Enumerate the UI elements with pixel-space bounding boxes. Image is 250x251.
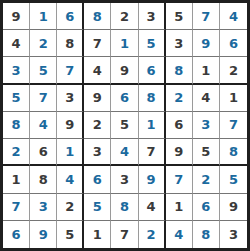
cell-r2c7[interactable]: 3 [166, 30, 193, 57]
sudoku-board: 9168235744287153963574968125739682418492… [0, 0, 250, 251]
cell-r9c6[interactable]: 2 [139, 221, 166, 248]
cell-r6c1[interactable]: 2 [3, 139, 30, 166]
cell-r5c4[interactable]: 2 [84, 112, 111, 139]
cell-r6c5[interactable]: 4 [111, 139, 138, 166]
cell-r4c5[interactable]: 6 [111, 85, 138, 112]
cell-r1c1[interactable]: 9 [3, 3, 30, 30]
cell-r5c8[interactable]: 3 [193, 112, 220, 139]
cell-r3c4[interactable]: 4 [84, 57, 111, 84]
cell-r9c1[interactable]: 6 [3, 221, 30, 248]
cell-r8c9[interactable]: 9 [220, 194, 247, 221]
cell-r6c8[interactable]: 5 [193, 139, 220, 166]
cell-r3c9[interactable]: 2 [220, 57, 247, 84]
cell-r3c6[interactable]: 6 [139, 57, 166, 84]
cell-r4c3[interactable]: 3 [57, 85, 84, 112]
cell-r2c6[interactable]: 5 [139, 30, 166, 57]
cell-r8c2[interactable]: 3 [30, 194, 57, 221]
cell-r3c1[interactable]: 3 [3, 57, 30, 84]
cell-r8c3[interactable]: 2 [57, 194, 84, 221]
cell-r3c2[interactable]: 5 [30, 57, 57, 84]
cell-r4c4[interactable]: 9 [84, 85, 111, 112]
cell-r6c7[interactable]: 9 [166, 139, 193, 166]
cell-r8c7[interactable]: 1 [166, 194, 193, 221]
cell-r3c8[interactable]: 1 [193, 57, 220, 84]
cell-r7c6[interactable]: 9 [139, 166, 166, 193]
cell-r7c7[interactable]: 7 [166, 166, 193, 193]
cell-r1c6[interactable]: 3 [139, 3, 166, 30]
cell-r8c6[interactable]: 4 [139, 194, 166, 221]
cell-r4c8[interactable]: 4 [193, 85, 220, 112]
cell-r2c2[interactable]: 2 [30, 30, 57, 57]
cell-r1c4[interactable]: 8 [84, 3, 111, 30]
cell-r6c2[interactable]: 6 [30, 139, 57, 166]
cell-r2c1[interactable]: 4 [3, 30, 30, 57]
cell-r3c7[interactable]: 8 [166, 57, 193, 84]
cell-r5c6[interactable]: 1 [139, 112, 166, 139]
cell-r4c7[interactable]: 2 [166, 85, 193, 112]
cell-r9c9[interactable]: 3 [220, 221, 247, 248]
cell-r3c3[interactable]: 7 [57, 57, 84, 84]
cell-r9c2[interactable]: 9 [30, 221, 57, 248]
cell-r1c8[interactable]: 7 [193, 3, 220, 30]
cell-r7c4[interactable]: 6 [84, 166, 111, 193]
cell-r7c5[interactable]: 3 [111, 166, 138, 193]
cell-r2c4[interactable]: 7 [84, 30, 111, 57]
cell-r2c8[interactable]: 9 [193, 30, 220, 57]
cell-r8c1[interactable]: 7 [3, 194, 30, 221]
cell-r4c2[interactable]: 7 [30, 85, 57, 112]
cell-r7c8[interactable]: 2 [193, 166, 220, 193]
cell-r5c2[interactable]: 4 [30, 112, 57, 139]
cell-r2c3[interactable]: 8 [57, 30, 84, 57]
cell-r5c3[interactable]: 9 [57, 112, 84, 139]
cell-r9c8[interactable]: 8 [193, 221, 220, 248]
cell-r1c2[interactable]: 1 [30, 3, 57, 30]
cell-r5c9[interactable]: 7 [220, 112, 247, 139]
cell-r1c5[interactable]: 2 [111, 3, 138, 30]
cell-r8c8[interactable]: 6 [193, 194, 220, 221]
cell-r4c6[interactable]: 8 [139, 85, 166, 112]
cell-r6c9[interactable]: 8 [220, 139, 247, 166]
cell-r7c2[interactable]: 8 [30, 166, 57, 193]
cell-r4c1[interactable]: 5 [3, 85, 30, 112]
cell-r1c3[interactable]: 6 [57, 3, 84, 30]
cell-r9c7[interactable]: 4 [166, 221, 193, 248]
cell-r6c3[interactable]: 1 [57, 139, 84, 166]
cell-r3c5[interactable]: 9 [111, 57, 138, 84]
cell-r6c4[interactable]: 3 [84, 139, 111, 166]
cell-r8c5[interactable]: 8 [111, 194, 138, 221]
cell-r1c9[interactable]: 4 [220, 3, 247, 30]
cell-r9c4[interactable]: 1 [84, 221, 111, 248]
cell-r9c3[interactable]: 5 [57, 221, 84, 248]
cell-r7c1[interactable]: 1 [3, 166, 30, 193]
cell-r1c7[interactable]: 5 [166, 3, 193, 30]
cell-r2c5[interactable]: 1 [111, 30, 138, 57]
cell-r7c3[interactable]: 4 [57, 166, 84, 193]
cell-r4c9[interactable]: 1 [220, 85, 247, 112]
cell-r8c4[interactable]: 5 [84, 194, 111, 221]
cell-r2c9[interactable]: 6 [220, 30, 247, 57]
cell-r5c7[interactable]: 6 [166, 112, 193, 139]
cell-r9c5[interactable]: 7 [111, 221, 138, 248]
cell-r5c5[interactable]: 5 [111, 112, 138, 139]
cell-r5c1[interactable]: 8 [3, 112, 30, 139]
cell-r6c6[interactable]: 7 [139, 139, 166, 166]
cell-r7c9[interactable]: 5 [220, 166, 247, 193]
